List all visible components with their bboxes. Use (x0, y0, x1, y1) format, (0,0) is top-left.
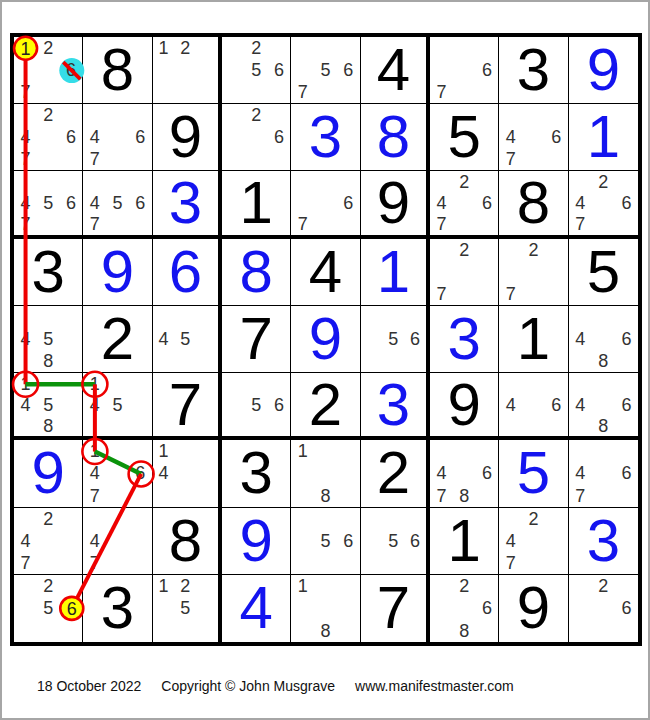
cell-r8c5: 56 (291, 508, 360, 575)
solved-digit: 8 (239, 242, 272, 302)
footer: 18 October 2022 Copyright © John Musgrav… (37, 678, 514, 694)
solved-digit: 6 (169, 242, 202, 302)
footer-copyright: Copyright © John Musgrave (161, 678, 335, 694)
pencil-marks: 2467 (14, 104, 82, 170)
given-digit: 1 (239, 173, 272, 233)
candidate-r3c2-5: 5 (106, 193, 129, 214)
cell-r6c1: 1458 (14, 373, 83, 440)
candidate-r7c5-8: 8 (314, 484, 337, 506)
candidate-r7c2-4: 4 (83, 462, 106, 484)
cell-r9c8: 9 (499, 575, 568, 642)
candidate-r8c1-4: 4 (14, 530, 37, 552)
pencil-marks: 2467 (569, 171, 638, 234)
cell-r2c2: 467 (83, 104, 152, 171)
candidate-r6c1-5: 5 (37, 394, 60, 415)
candidate-r3c1-6: 6 (60, 193, 83, 214)
given-digit: 4 (309, 242, 342, 302)
given-digit: 5 (587, 242, 620, 302)
candidate-r8c8-2: 2 (522, 508, 545, 530)
cell-r6c3: 7 (153, 373, 222, 440)
candidate-r9c3-5: 5 (174, 597, 196, 619)
cell-r5c3: 45 (153, 306, 222, 373)
pencil-marks: 26 (222, 104, 290, 170)
cell-r7c6: 2 (361, 440, 430, 507)
candidate-r2c1-2: 2 (37, 104, 60, 126)
pencil-marks: 18 (291, 575, 359, 642)
footer-date: 18 October 2022 (37, 678, 141, 694)
cell-r3c7: 2467 (430, 171, 499, 238)
candidate-r8c6-5: 5 (382, 530, 404, 552)
cell-r2c1: 2467 (14, 104, 83, 171)
candidate-r5c3-4: 4 (153, 328, 175, 350)
candidate-r7c3-4: 4 (153, 462, 175, 484)
candidate-r3c7-2: 2 (453, 171, 476, 192)
cell-r2c6: 8 (361, 104, 430, 171)
candidate-r2c2-6: 6 (129, 126, 152, 148)
given-digit: 3 (239, 443, 272, 503)
candidate-r2c8-6: 6 (545, 126, 568, 148)
cell-r9c3: 125 (153, 575, 222, 642)
pencil-marks: 67 (291, 171, 359, 234)
pencil-marks: 1467 (83, 440, 151, 506)
candidate-r3c5-7: 7 (291, 214, 314, 235)
pencil-marks: 47 (83, 508, 151, 574)
candidate-r3c9-2: 2 (592, 171, 615, 192)
given-digit: 7 (239, 309, 272, 369)
candidate-r3c2-4: 4 (83, 193, 106, 214)
candidate-r9c5-1: 1 (291, 575, 314, 597)
cell-r8c6: 56 (361, 508, 430, 575)
cell-r7c1: 9 (14, 440, 83, 507)
cell-r1c2: 8 (83, 37, 152, 104)
candidate-r6c9-8: 8 (592, 415, 615, 436)
candidate-r2c2-4: 4 (83, 126, 106, 148)
cell-r8c1: 247 (14, 508, 83, 575)
candidate-r7c7-4: 4 (430, 462, 453, 484)
candidate-r8c2-4: 4 (83, 530, 106, 552)
pencil-marks: 268 (430, 575, 498, 642)
given-digit: 9 (517, 578, 550, 638)
given-digit: 3 (31, 242, 64, 302)
candidate-r1c7-6: 6 (476, 59, 499, 81)
candidate-r9c7-8: 8 (453, 620, 476, 642)
pencil-marks: 27 (430, 239, 498, 305)
candidate-r9c9-6: 6 (615, 597, 638, 619)
candidate-r1c5-5: 5 (314, 59, 337, 81)
candidate-r2c4-6: 6 (268, 126, 291, 148)
pencil-marks: 56 (361, 306, 426, 372)
candidate-r8c6-6: 6 (404, 530, 426, 552)
given-digit: 8 (101, 40, 134, 100)
cell-r3c3: 3 (153, 171, 222, 238)
cell-r2c8: 467 (499, 104, 568, 171)
candidate-r1c1-7: 7 (14, 81, 37, 103)
candidate-r4c7-2: 2 (453, 239, 476, 261)
cell-r5c7: 3 (430, 306, 499, 373)
candidate-r5c1-4: 4 (14, 328, 37, 350)
cell-r5c8: 1 (499, 306, 568, 373)
given-digit: 8 (517, 173, 550, 233)
given-digit: 1 (517, 309, 550, 369)
given-digit: 3 (517, 40, 550, 100)
candidate-r5c1-8: 8 (37, 350, 60, 372)
cell-r4c2: 9 (83, 239, 152, 306)
pencil-marks: 1458 (14, 373, 82, 436)
candidate-r8c5-6: 6 (337, 530, 360, 552)
cell-r5c9: 468 (569, 306, 638, 373)
candidate-r8c8-4: 4 (499, 530, 522, 552)
candidate-r9c9-2: 2 (592, 575, 615, 597)
cell-r9c4: 4 (222, 575, 291, 642)
candidate-r2c8-4: 4 (499, 126, 522, 148)
candidate-r3c2-7: 7 (83, 214, 106, 235)
candidate-r1c1-2: 2 (37, 37, 60, 59)
cell-r7c9: 467 (569, 440, 638, 507)
cell-r4c8: 27 (499, 239, 568, 306)
cell-r9c1: 256 (14, 575, 83, 642)
candidate-r8c1-7: 7 (14, 552, 37, 574)
solved-digit: 8 (377, 107, 410, 167)
candidate-r5c9-8: 8 (592, 350, 615, 372)
candidate-r5c3-5: 5 (174, 328, 196, 350)
pencil-marks: 467 (499, 104, 567, 170)
page: 1267812256567467392467467926385467145674… (0, 0, 650, 720)
solved-digit: 3 (447, 309, 480, 369)
solved-digit: 1 (377, 242, 410, 302)
solved-digit: 9 (587, 40, 620, 100)
candidate-r1c1-1: 1 (14, 37, 37, 59)
candidate-r5c6-6: 6 (404, 328, 426, 350)
cell-r3c5: 67 (291, 171, 360, 238)
candidate-r6c2-1: 1 (83, 373, 106, 394)
cell-r1c6: 4 (361, 37, 430, 104)
candidate-r6c9-4: 4 (569, 394, 592, 415)
given-digit: 4 (377, 40, 410, 100)
pencil-marks: 27 (499, 239, 567, 305)
candidate-r4c8-2: 2 (522, 239, 545, 261)
solved-digit: 9 (309, 309, 342, 369)
cell-r8c3: 8 (153, 508, 222, 575)
candidate-r2c1-6: 6 (60, 126, 83, 148)
cell-r7c3: 14 (153, 440, 222, 507)
cell-r6c5: 2 (291, 373, 360, 440)
candidate-r4c7-7: 7 (430, 283, 453, 305)
candidate-r3c1-5: 5 (37, 193, 60, 214)
cell-r4c3: 6 (153, 239, 222, 306)
candidate-r4c8-7: 7 (499, 283, 522, 305)
cell-r3c8: 8 (499, 171, 568, 238)
pencil-marks: 256 (222, 37, 290, 103)
pencil-marks: 56 (361, 508, 426, 574)
cell-r3c4: 1 (222, 171, 291, 238)
cell-r8c4: 9 (222, 508, 291, 575)
candidate-r7c9-6: 6 (615, 462, 638, 484)
cell-r5c6: 56 (361, 306, 430, 373)
cell-r1c3: 12 (153, 37, 222, 104)
cell-r2c3: 9 (153, 104, 222, 171)
cell-r2c4: 26 (222, 104, 291, 171)
solved-digit: 9 (31, 443, 64, 503)
candidate-r6c2-4: 4 (83, 394, 106, 415)
candidate-r5c1-5: 5 (37, 328, 60, 350)
cell-r4c9: 5 (569, 239, 638, 306)
candidate-r9c7-6: 6 (476, 597, 499, 619)
given-digit: 2 (309, 375, 342, 435)
cell-r1c5: 567 (291, 37, 360, 104)
pencil-marks: 45 (153, 306, 218, 372)
cell-r1c1: 1267 (14, 37, 83, 104)
candidate-r9c1-5: 5 (37, 597, 60, 619)
candidate-r7c9-4: 4 (569, 462, 592, 484)
candidate-r6c1-1: 1 (14, 373, 37, 394)
pencil-marks: 67 (430, 37, 498, 103)
pencil-marks: 12 (153, 37, 218, 103)
cell-r6c8: 46 (499, 373, 568, 440)
given-digit: 2 (377, 443, 410, 503)
candidate-r3c2-6: 6 (129, 193, 152, 214)
pencil-marks: 14 (153, 440, 218, 506)
candidate-r7c9-7: 7 (569, 484, 592, 506)
footer-website: www.manifestmaster.com (355, 678, 514, 694)
candidate-r3c9-7: 7 (569, 214, 592, 235)
pencil-marks: 468 (569, 373, 638, 436)
candidate-r3c9-6: 6 (615, 193, 638, 214)
solved-digit: 3 (587, 511, 620, 571)
cell-r9c6: 7 (361, 575, 430, 642)
pencil-marks: 256 (14, 575, 82, 642)
candidate-r5c6-5: 5 (382, 328, 404, 350)
cell-r3c1: 4567 (14, 171, 83, 238)
solved-digit: 3 (377, 375, 410, 435)
candidate-r6c2-5: 5 (106, 394, 129, 415)
cell-r7c5: 18 (291, 440, 360, 507)
candidate-r6c9-6: 6 (615, 394, 638, 415)
solved-digit: 9 (101, 242, 134, 302)
cell-r9c2: 3 (83, 575, 152, 642)
candidate-r9c1-6: 6 (60, 597, 83, 619)
cell-r5c5: 9 (291, 306, 360, 373)
cell-r2c5: 3 (291, 104, 360, 171)
pencil-marks: 4678 (430, 440, 498, 506)
sudoku-board: 1267812256567467392467467926385467145674… (10, 33, 642, 646)
pencil-marks: 46 (499, 373, 567, 436)
cell-r6c6: 3 (361, 373, 430, 440)
cell-r6c4: 56 (222, 373, 291, 440)
cell-r4c7: 27 (430, 239, 499, 306)
cell-r1c4: 256 (222, 37, 291, 104)
cell-r5c4: 7 (222, 306, 291, 373)
cell-r1c9: 9 (569, 37, 638, 104)
cell-r7c2: 1467 (83, 440, 152, 507)
given-digit: 2 (101, 309, 134, 369)
cell-r4c4: 8 (222, 239, 291, 306)
candidate-r3c9-4: 4 (569, 193, 592, 214)
pencil-marks: 467 (83, 104, 151, 170)
candidate-r3c1-4: 4 (14, 193, 37, 214)
solved-digit: 9 (239, 511, 272, 571)
candidate-r7c5-1: 1 (291, 440, 314, 462)
given-digit: 3 (101, 578, 134, 638)
cell-r2c7: 5 (430, 104, 499, 171)
cell-r4c5: 4 (291, 239, 360, 306)
cell-r7c7: 4678 (430, 440, 499, 507)
solved-digit: 4 (239, 578, 272, 638)
candidate-r7c2-6: 6 (129, 462, 152, 484)
pencil-marks: 4567 (14, 171, 82, 234)
candidate-r7c2-7: 7 (83, 484, 106, 506)
candidate-r1c3-2: 2 (174, 37, 196, 59)
candidate-r1c7-7: 7 (430, 81, 453, 103)
candidate-r2c1-7: 7 (14, 148, 37, 170)
pencil-marks: 56 (222, 373, 290, 436)
candidate-r1c5-6: 6 (337, 59, 360, 81)
candidate-r9c3-2: 2 (174, 575, 196, 597)
pencil-marks: 56 (291, 508, 359, 574)
candidate-r7c2-1: 1 (83, 440, 106, 462)
solved-digit: 3 (309, 107, 342, 167)
candidate-r3c7-6: 6 (476, 193, 499, 214)
cell-r7c4: 3 (222, 440, 291, 507)
cell-r8c7: 1 (430, 508, 499, 575)
candidate-r8c8-7: 7 (499, 552, 522, 574)
cell-r4c6: 1 (361, 239, 430, 306)
given-digit: 8 (169, 511, 202, 571)
candidate-r6c8-6: 6 (545, 394, 568, 415)
given-digit: 5 (447, 107, 480, 167)
candidate-r3c7-4: 4 (430, 193, 453, 214)
candidate-r9c5-8: 8 (314, 620, 337, 642)
pencil-marks: 467 (569, 440, 638, 506)
cell-r9c9: 26 (569, 575, 638, 642)
candidate-r1c4-5: 5 (245, 59, 268, 81)
given-digit: 1 (447, 511, 480, 571)
pencil-marks: 468 (569, 306, 638, 372)
cell-r5c1: 458 (14, 306, 83, 373)
given-digit: 9 (169, 107, 202, 167)
pencil-marks: 26 (569, 575, 638, 642)
candidate-r9c1-2: 2 (37, 575, 60, 597)
candidate-r9c7-2: 2 (453, 575, 476, 597)
candidate-r5c9-4: 4 (569, 328, 592, 350)
candidate-r6c8-4: 4 (499, 394, 522, 415)
pencil-marks: 247 (499, 508, 567, 574)
solved-digit: 5 (517, 443, 550, 503)
pencil-marks: 2467 (430, 171, 498, 234)
candidate-r6c1-4: 4 (14, 394, 37, 415)
candidate-r9c3-1: 1 (153, 575, 175, 597)
cell-r8c8: 247 (499, 508, 568, 575)
candidate-r2c2-7: 7 (83, 148, 106, 170)
cell-r6c7: 9 (430, 373, 499, 440)
candidate-r8c5-5: 5 (314, 530, 337, 552)
candidate-r3c5-6: 6 (337, 193, 360, 214)
candidate-r2c4-2: 2 (245, 104, 268, 126)
pencil-marks: 1267 (14, 37, 82, 103)
candidate-r7c7-8: 8 (453, 484, 476, 506)
candidate-r7c7-6: 6 (476, 462, 499, 484)
candidate-r2c1-4: 4 (14, 126, 37, 148)
candidate-r6c4-6: 6 (268, 394, 291, 415)
candidate-r7c7-7: 7 (430, 484, 453, 506)
given-digit: 9 (447, 375, 480, 435)
candidate-r6c1-8: 8 (37, 415, 60, 436)
cell-r9c5: 18 (291, 575, 360, 642)
candidate-r1c4-6: 6 (268, 59, 291, 81)
candidate-r1c4-2: 2 (245, 37, 268, 59)
cell-r8c9: 3 (569, 508, 638, 575)
cell-r3c2: 4567 (83, 171, 152, 238)
candidate-r6c4-5: 5 (245, 394, 268, 415)
pencil-marks: 145 (83, 373, 151, 436)
candidate-r8c1-2: 2 (37, 508, 60, 530)
candidate-r1c5-7: 7 (291, 81, 314, 103)
candidate-r1c3-1: 1 (153, 37, 175, 59)
candidate-r8c2-7: 7 (83, 552, 106, 574)
pencil-marks: 247 (14, 508, 82, 574)
cell-r3c6: 9 (361, 171, 430, 238)
cell-r1c7: 67 (430, 37, 499, 104)
cell-r2c9: 1 (569, 104, 638, 171)
candidate-r1c1-6: 6 (60, 59, 83, 81)
cell-r9c7: 268 (430, 575, 499, 642)
cell-r8c2: 47 (83, 508, 152, 575)
cell-r7c8: 5 (499, 440, 568, 507)
cell-r6c2: 145 (83, 373, 152, 440)
cell-r1c8: 3 (499, 37, 568, 104)
pencil-marks: 567 (291, 37, 359, 103)
pencil-marks: 18 (291, 440, 359, 506)
given-digit: 9 (377, 173, 410, 233)
pencil-marks: 458 (14, 306, 82, 372)
cell-r4c1: 3 (14, 239, 83, 306)
candidate-r3c1-7: 7 (14, 214, 37, 235)
given-digit: 7 (377, 578, 410, 638)
candidate-r3c7-7: 7 (430, 214, 453, 235)
given-digit: 7 (169, 375, 202, 435)
cell-r3c9: 2467 (569, 171, 638, 238)
solved-digit: 1 (587, 107, 620, 167)
solved-digit: 3 (169, 173, 202, 233)
cell-r5c2: 2 (83, 306, 152, 373)
pencil-marks: 4567 (83, 171, 151, 234)
candidate-r2c8-7: 7 (499, 148, 522, 170)
candidate-r7c3-1: 1 (153, 440, 175, 462)
cell-r6c9: 468 (569, 373, 638, 440)
candidate-r5c9-6: 6 (615, 328, 638, 350)
pencil-marks: 125 (153, 575, 218, 642)
